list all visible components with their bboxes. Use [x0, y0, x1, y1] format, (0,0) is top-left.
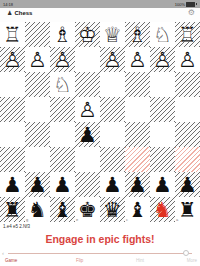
board-square-b1[interactable]: ♞♘ — [150, 22, 175, 47]
white-rook-piece[interactable]: ♜♖ — [0, 22, 25, 47]
piece-glyph: ♝ — [50, 197, 75, 222]
piece-glyph: ♟ — [125, 172, 150, 197]
piece-outline: ♙ — [25, 47, 50, 72]
board-square-f7[interactable]: ♟ — [50, 172, 75, 197]
black-pawn-piece[interactable]: ♟ — [25, 172, 50, 197]
piece-glyph: ♟ — [75, 122, 100, 147]
board-square-d3[interactable] — [100, 72, 125, 97]
board-square-e1[interactable]: ♚♔ — [75, 22, 100, 47]
black-rook-piece[interactable]: ♜ — [0, 197, 25, 222]
board-square-g8[interactable]: ♞g — [25, 197, 50, 222]
file-coordinate: e — [76, 218, 78, 222]
black-pawn-piece[interactable]: ♟ — [175, 172, 200, 197]
white-pawn-piece[interactable]: ♟♙ — [125, 47, 150, 72]
piece-outline: ♙ — [150, 47, 175, 72]
piece-glyph: ♟ — [0, 172, 25, 197]
board-square-h4[interactable] — [0, 97, 25, 122]
piece-glyph: ♞ — [25, 197, 50, 222]
battery-icon — [186, 2, 195, 7]
black-pawn-piece[interactable]: ♟ — [100, 172, 125, 197]
board-square-h3[interactable] — [0, 72, 25, 97]
board-square-h7[interactable]: ♟ — [0, 172, 25, 197]
white-pawn-piece[interactable]: ♟♙ — [100, 47, 125, 72]
battery-percent: 100% — [175, 2, 185, 7]
board-square-d6[interactable] — [100, 147, 125, 172]
board-square-c5[interactable] — [125, 122, 150, 147]
black-rook-piece[interactable]: ♜ — [175, 197, 200, 222]
board-square-d4[interactable] — [100, 97, 125, 122]
status-time: 14:18 — [3, 2, 13, 7]
board-square-b8[interactable]: ♞ — [150, 197, 175, 222]
board-square-a5[interactable] — [175, 122, 200, 147]
pawn-app-icon: ♟ — [7, 10, 12, 16]
board-square-d1[interactable]: ♛♕ — [100, 22, 125, 47]
piece-outline: ♙ — [100, 47, 125, 72]
board-square-a4[interactable] — [175, 97, 200, 122]
black-pawn-piece[interactable]: ♟ — [0, 172, 25, 197]
board-square-a8[interactable]: ♜a — [175, 197, 200, 222]
settings-gear-icon[interactable]: ⚙ — [188, 8, 195, 17]
piece-glyph: ♜ — [0, 197, 25, 222]
piece-outline: ♙ — [125, 47, 150, 72]
board-square-f1[interactable]: ♝♗ — [50, 22, 75, 47]
board-square-a3[interactable] — [175, 72, 200, 97]
piece-outline: ♙ — [50, 47, 75, 72]
board-square-c1[interactable]: ♝♗ — [125, 22, 150, 47]
black-pawn-piece[interactable]: ♟ — [75, 122, 100, 147]
promo-caption: Engage in epic fights! — [0, 233, 200, 245]
piece-glyph: ♞ — [150, 197, 175, 222]
app-screen: 14:18 100% ♟ Chess ⚙ ♜♖♝♗♚♔♛♕♝♗♞♘♜♖♟♙♟♙♟… — [0, 0, 200, 266]
piece-outline: ♙ — [75, 97, 100, 122]
toolbar-item-hint[interactable]: Hint — [136, 258, 144, 263]
board-square-b2[interactable]: ♟♙ — [150, 47, 175, 72]
board-square-c6[interactable] — [125, 147, 150, 172]
black-knight-piece[interactable]: ♞ — [25, 197, 50, 222]
board-square-b5[interactable] — [150, 122, 175, 147]
board-square-b7[interactable]: ♟ — [150, 172, 175, 197]
piece-outline: ♗ — [125, 22, 150, 47]
piece-outline: ♘ — [50, 72, 75, 97]
board-square-e6[interactable] — [75, 147, 100, 172]
board-square-e4[interactable]: ♟♙ — [75, 97, 100, 122]
black-pawn-piece[interactable]: ♟ — [150, 172, 175, 197]
board-square-e2[interactable] — [75, 47, 100, 72]
white-bishop-piece[interactable]: ♝♗ — [125, 22, 150, 47]
black-bishop-piece[interactable]: ♝ — [50, 197, 75, 222]
board-square-c7[interactable]: ♟ — [125, 172, 150, 197]
slider-track[interactable] — [8, 253, 192, 254]
slider-thumb[interactable] — [183, 250, 189, 256]
app-title: Chess — [14, 10, 32, 16]
white-knight-piece[interactable]: ♞♘ — [50, 72, 75, 97]
board-square-d7[interactable]: ♟ — [100, 172, 125, 197]
piece-glyph: ♟ — [25, 172, 50, 197]
white-queen-piece[interactable]: ♛♕ — [100, 22, 125, 47]
chess-board[interactable]: ♜♖♝♗♚♔♛♕♝♗♞♘♜♖♟♙♟♙♟♙♟♙♟♙♟♙♟♙♞♘♟♙♟♟♟♟♟♟♟♟… — [0, 22, 200, 222]
piece-glyph: ♟ — [175, 172, 200, 197]
move-slider[interactable]: ‹ — [0, 250, 200, 258]
board-square-h2[interactable]: ♟♙ — [0, 47, 25, 72]
piece-outline: ♖ — [175, 22, 200, 47]
slider-left-chevron-icon[interactable]: ‹ — [2, 250, 4, 257]
white-rook-piece[interactable]: ♜♖ — [175, 22, 200, 47]
board-square-g6[interactable] — [25, 147, 50, 172]
white-pawn-piece[interactable]: ♟♙ — [150, 47, 175, 72]
white-pawn-piece[interactable]: ♟♙ — [50, 47, 75, 72]
black-pawn-piece[interactable]: ♟ — [50, 172, 75, 197]
toolbar-item-more[interactable]: More — [187, 258, 197, 263]
board-square-f8[interactable]: ♝ — [50, 197, 75, 222]
board-square-f5[interactable] — [50, 122, 75, 147]
file-coordinate: a — [176, 218, 178, 222]
board-square-g4[interactable] — [25, 97, 50, 122]
piece-glyph: ♜ — [175, 197, 200, 222]
toolbar-item-flip[interactable]: Flip — [76, 258, 83, 263]
board-square-c8[interactable]: ♝c — [125, 197, 150, 222]
piece-outline: ♗ — [50, 22, 75, 47]
board-square-b6[interactable] — [150, 147, 175, 172]
board-square-e5[interactable]: ♟ — [75, 122, 100, 147]
board-square-h6[interactable] — [0, 147, 25, 172]
board-square-b4[interactable] — [150, 97, 175, 122]
board-square-a7[interactable]: ♟ — [175, 172, 200, 197]
white-knight-piece[interactable]: ♞♘ — [150, 22, 175, 47]
board-square-a6[interactable] — [175, 147, 200, 172]
black-queen-piece[interactable]: ♛ — [100, 197, 125, 222]
board-square-c4[interactable] — [125, 97, 150, 122]
black-bishop-piece[interactable]: ♝ — [125, 197, 150, 222]
board-square-h5[interactable] — [0, 122, 25, 147]
white-pawn-piece[interactable]: ♟♙ — [0, 47, 25, 72]
board-square-d2[interactable]: ♟♙ — [100, 47, 125, 72]
board-square-a1[interactable]: ♜♖ — [175, 22, 200, 47]
board-square-b3[interactable] — [150, 72, 175, 97]
board-square-e8[interactable]: ♚e — [75, 197, 100, 222]
board-square-c2[interactable]: ♟♙ — [125, 47, 150, 72]
status-bar: 14:18 100% — [0, 0, 200, 8]
board-square-h8[interactable]: ♜ — [0, 197, 25, 222]
board-square-e7[interactable] — [75, 172, 100, 197]
white-pawn-piece[interactable]: ♟♙ — [175, 47, 200, 72]
white-king-piece[interactable]: ♚♔ — [75, 22, 100, 47]
black-knight-piece[interactable]: ♞ — [150, 197, 175, 222]
white-pawn-piece[interactable]: ♟♙ — [75, 97, 100, 122]
bottom-toolbar: Game Flip Hint More — [0, 258, 200, 266]
black-king-piece[interactable]: ♚ — [75, 197, 100, 222]
piece-glyph: ♟ — [50, 172, 75, 197]
app-identity: ♟ Chess — [7, 10, 32, 16]
board-square-g7[interactable]: ♟ — [25, 172, 50, 197]
battery-indicator: 100% — [175, 2, 197, 7]
piece-glyph: ♝ — [125, 197, 150, 222]
piece-outline: ♘ — [150, 22, 175, 47]
board-square-d5[interactable] — [100, 122, 125, 147]
board-square-g3[interactable] — [25, 72, 50, 97]
toolbar-item-game[interactable]: Game — [5, 258, 17, 263]
piece-outline: ♙ — [0, 47, 25, 72]
board-square-f3[interactable]: ♞♘ — [50, 72, 75, 97]
piece-glyph: ♚ — [75, 197, 100, 222]
white-pawn-piece[interactable]: ♟♙ — [25, 47, 50, 72]
board-square-e3[interactable] — [75, 72, 100, 97]
piece-glyph: ♟ — [150, 172, 175, 197]
piece-outline: ♙ — [175, 47, 200, 72]
piece-outline: ♔ — [75, 22, 100, 47]
white-bishop-piece[interactable]: ♝♗ — [50, 22, 75, 47]
board-square-g2[interactable]: ♟♙ — [25, 47, 50, 72]
battery-icon-tip — [196, 3, 197, 5]
board-square-h1[interactable]: ♜♖ — [0, 22, 25, 47]
move-list: 1.e4 e5 2.Nf3 — [3, 224, 30, 229]
board-square-f2[interactable]: ♟♙ — [50, 47, 75, 72]
file-coordinate: c — [126, 218, 128, 222]
board-square-a2[interactable]: ♟♙ — [175, 47, 200, 72]
nav-bar: ♟ Chess ⚙ — [0, 8, 200, 22]
board-square-d8[interactable]: ♛ — [100, 197, 125, 222]
piece-glyph: ♛ — [100, 197, 125, 222]
board-square-g1[interactable] — [25, 22, 50, 47]
file-coordinate: g — [26, 218, 28, 222]
piece-outline: ♖ — [0, 22, 25, 47]
board-square-f4[interactable] — [50, 97, 75, 122]
black-pawn-piece[interactable]: ♟ — [125, 172, 150, 197]
piece-glyph: ♟ — [100, 172, 125, 197]
piece-outline: ♕ — [100, 22, 125, 47]
board-square-f6[interactable] — [50, 147, 75, 172]
board-square-g5[interactable] — [25, 122, 50, 147]
board-square-c3[interactable] — [125, 72, 150, 97]
